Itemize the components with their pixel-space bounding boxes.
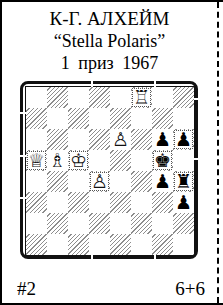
frame-gap [91, 81, 93, 87]
square-b6 [47, 129, 68, 150]
frame-gap [194, 158, 200, 160]
square-f2 [131, 213, 152, 234]
square-b4 [47, 171, 68, 192]
square-f6 [131, 129, 152, 150]
square-c4 [68, 171, 89, 192]
square-d8 [89, 87, 110, 108]
square-c6 [68, 129, 89, 150]
black-pawn: ♟ [175, 192, 192, 213]
square-g8 [152, 87, 173, 108]
square-d2 [89, 213, 110, 234]
frame-gap [20, 112, 26, 114]
chess-board: ♖♙♟♟♕♗♔♚♙♟♜♟ [20, 81, 198, 259]
problem-card: К-Г. АЛХЕЙМ “Stella Polaris” 1 приз 1967… [0, 0, 223, 305]
white-pawn: ♙ [112, 129, 129, 150]
square-e4 [110, 171, 131, 192]
square-c8 [68, 87, 89, 108]
square-e5 [110, 150, 131, 171]
white-queen: ♕ [28, 150, 45, 171]
board-inner-frame: ♖♙♟♟♕♗♔♚♙♟♜♟ [25, 86, 195, 256]
square-e3 [110, 192, 131, 213]
square-b8 [47, 87, 68, 108]
square-f1 [131, 234, 152, 255]
frame-gap [20, 155, 26, 157]
square-c5: ♔ [68, 150, 89, 171]
header: К-Г. АЛХЕЙМ “Stella Polaris” 1 приз 1967 [2, 2, 217, 74]
white-bishop: ♗ [49, 150, 66, 171]
square-d3 [89, 192, 110, 213]
white-king: ♔ [70, 150, 87, 171]
square-b3 [47, 192, 68, 213]
square-c3 [68, 192, 89, 213]
square-b7 [47, 108, 68, 129]
square-a5: ♕ [26, 150, 47, 171]
frame-gap [20, 197, 26, 199]
square-h1 [173, 234, 194, 255]
square-h5 [173, 150, 194, 171]
square-g1 [152, 234, 173, 255]
square-g4: ♟ [152, 171, 173, 192]
award-line: 1 приз 1967 [2, 52, 217, 74]
square-f5 [131, 150, 152, 171]
square-h4: ♜ [173, 171, 194, 192]
square-e8 [110, 87, 131, 108]
white-rook: ♖ [133, 87, 150, 108]
square-a3 [26, 192, 47, 213]
square-f4 [131, 171, 152, 192]
square-e7 [110, 108, 131, 129]
square-d5 [89, 150, 110, 171]
square-b2 [47, 213, 68, 234]
square-c1 [68, 234, 89, 255]
square-h7 [173, 108, 194, 129]
square-a8 [26, 87, 47, 108]
square-h2 [173, 213, 194, 234]
square-a1 [26, 234, 47, 255]
square-e1 [110, 234, 131, 255]
square-d1 [89, 234, 110, 255]
square-f3 [131, 192, 152, 213]
problem-title: “Stella Polaris” [2, 30, 217, 52]
black-pawn: ♟ [154, 171, 171, 192]
square-e6: ♙ [110, 129, 131, 150]
white-pawn: ♙ [91, 171, 108, 192]
dashed-cut-line [217, 2, 219, 303]
square-b1 [47, 234, 68, 255]
black-rook: ♜ [175, 171, 192, 192]
frame-gap [154, 255, 156, 261]
square-d7 [89, 108, 110, 129]
frame-gap [91, 255, 93, 261]
square-f8: ♖ [131, 87, 152, 108]
square-h6: ♟ [173, 129, 194, 150]
square-c7 [68, 108, 89, 129]
board-grid: ♖♙♟♟♕♗♔♚♙♟♜♟ [26, 87, 194, 255]
square-b5: ♗ [47, 150, 68, 171]
square-a7 [26, 108, 47, 129]
stipulation: #2 [17, 278, 36, 300]
material-count: 6+6 [175, 278, 205, 300]
square-g3 [152, 192, 173, 213]
square-d6 [89, 129, 110, 150]
square-d4: ♙ [89, 171, 110, 192]
square-h8 [173, 87, 194, 108]
square-h3: ♟ [173, 192, 194, 213]
black-king: ♚ [154, 150, 171, 171]
square-a4 [26, 171, 47, 192]
black-pawn: ♟ [175, 129, 192, 150]
square-c2 [68, 213, 89, 234]
square-a6 [26, 129, 47, 150]
square-a2 [26, 213, 47, 234]
square-g6: ♟ [152, 129, 173, 150]
frame-gap [194, 98, 200, 100]
black-pawn: ♟ [154, 129, 171, 150]
square-g7 [152, 108, 173, 129]
frame-gap [154, 81, 156, 87]
square-g2 [152, 213, 173, 234]
composer-name: К-Г. АЛХЕЙМ [2, 7, 217, 30]
square-e2 [110, 213, 131, 234]
square-g5: ♚ [152, 150, 173, 171]
square-f7 [131, 108, 152, 129]
